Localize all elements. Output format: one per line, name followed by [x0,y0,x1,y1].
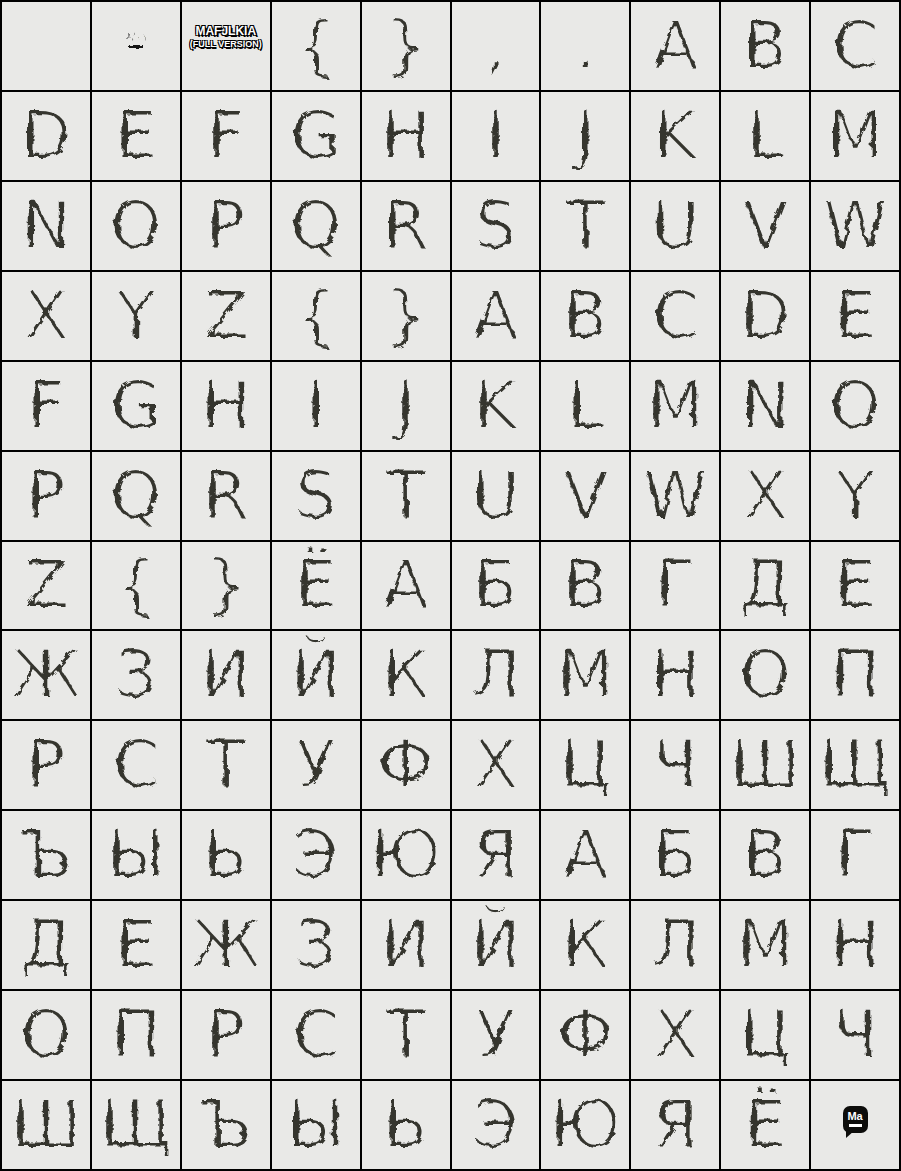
grid-cell-r12c3: Р [182,991,270,1079]
glyph-char: М [557,642,614,708]
grid-cell-r8c10: П [811,631,899,719]
grid-cell-r7c3: } [182,542,270,630]
glyph-char: X [743,463,788,529]
grid-cell-r7c8: Г [631,542,719,630]
glyph-char: Ю [370,822,441,888]
grid-cell-r6c5: T [362,452,450,540]
grid-cell-r4c2: Y [92,272,180,360]
grid-cell-r2c1: D [2,92,90,180]
glyph-char: Е [115,912,157,978]
grid-cell-r1c3: MAFJLKIA(FULL VERSION) [182,2,270,90]
glyph-char: } [385,283,427,349]
grid-cell-r4c3: Z [182,272,270,360]
glyph-char: R [203,463,249,529]
site-logo-bubble: Ma [843,1106,868,1133]
grid-cell-r2c3: F [182,92,270,180]
grid-cell-r8c6: Л [452,631,540,719]
glyph-char: Q [110,463,162,529]
glyph-char: K [474,373,517,439]
grid-cell-r10c7: А [541,811,629,899]
glyph-char: Ъ [18,822,73,888]
grid-cell-r9c4: У [272,721,360,809]
grid-cell-r7c2: { [92,542,180,630]
glyph-char: Ж [190,912,261,978]
glyph-char: Х [653,1002,698,1068]
grid-cell-r9c7: Ц [541,721,629,809]
grid-cell-r12c2: П [92,991,180,1079]
glyph-char: U [651,193,699,259]
glyph-char: A [473,283,518,349]
glyph-char: F [207,103,245,169]
grid-cell-r2c5: H [362,92,450,180]
site-logo-bubble-text: Ma [847,1111,862,1122]
glyph-char: N [21,193,70,259]
grid-cell-r9c8: Ч [631,721,719,809]
glyph-char: Ё [295,552,337,618]
site-logo-text: Ma [125,28,146,43]
glyph-char: З [294,912,336,978]
grid-cell-r12c8: Х [631,991,719,1079]
grid-cell-r1c7: . [541,2,629,90]
grid-cell-r11c7: К [541,901,629,989]
site-logo-mark: Ma [125,28,146,49]
grid-cell-r10c3: Ь [182,811,270,899]
glyph-char: Б [653,822,698,888]
glyph-char: Т [385,1002,425,1068]
grid-cell-r11c8: Л [631,901,719,989]
grid-cell-r6c9: X [721,452,809,540]
grid-cell-r13c3: Ъ [182,1081,270,1169]
grid-cell-r5c1: F [2,362,90,450]
glyph-char: З [115,642,157,708]
glyph-char: } [205,552,247,618]
grid-cell-r10c8: Б [631,811,719,899]
grid-cell-r6c6: U [452,452,540,540]
glyph-char: У [475,1002,515,1068]
glyph-char: G [290,103,341,169]
glyph-char: C [832,13,878,79]
glyph-char: Ъ [198,1092,253,1158]
glyph-char: Ч [832,1002,877,1068]
grid-cell-r13c6: Э [452,1081,540,1169]
grid-cell-r1c5: } [362,2,450,90]
grid-cell-r12c9: Ц [721,991,809,1079]
glyph-char: C [652,283,698,349]
glyph-char: E [115,103,157,169]
grid-cell-r8c2: З [92,631,180,719]
grid-cell-r4c10: E [811,272,899,360]
grid-cell-r1c10: C [811,2,899,90]
glyph-char: О [20,1002,72,1068]
site-logo-subtext-bar [128,44,144,49]
grid-cell-r13c10: Ma [811,1081,899,1169]
font-title-line2: (FULL VERSION) [190,39,262,49]
grid-cell-r2c2: E [92,92,180,180]
glyph-char: Й [471,912,520,978]
grid-cell-r3c6: S [452,182,540,270]
glyph-char: Р [26,732,66,798]
glyph-char: С [293,1002,339,1068]
grid-cell-r3c1: N [2,182,90,270]
glyph-char: С [113,732,159,798]
grid-cell-r11c5: И [362,901,450,989]
glyph-char: Ш [730,732,801,798]
grid-cell-r9c2: С [92,721,180,809]
glyph-char: M [647,373,704,439]
grid-cell-r10c5: Ю [362,811,450,899]
glyph-char: M [827,103,884,169]
grid-cell-r13c2: Щ [92,1081,180,1169]
glyph-char: Д [739,552,791,618]
grid-cell-r11c3: Ж [182,901,270,989]
glyph-char: H [381,103,431,169]
glyph-char: А [383,552,428,618]
grid-cell-r4c9: D [721,272,809,360]
glyph-char: { [295,283,337,349]
glyph-char: Ю [550,1092,621,1158]
glyph-char: И [381,912,430,978]
grid-cell-r5c4: I [272,362,360,450]
grid-cell-r13c4: Ы [272,1081,360,1169]
glyph-char: И [201,642,250,708]
glyph-char: A [653,13,698,79]
grid-cell-r6c2: Q [92,452,180,540]
glyph-char: P [206,193,246,259]
glyph-char: R [383,193,429,259]
glyph-char: Г [835,822,875,888]
grid-cell-r6c4: S [272,452,360,540]
glyph-char: S [474,193,516,259]
glyph-char: , [485,13,506,79]
grid-cell-r7c10: Е [811,542,899,630]
grid-cell-r4c1: X [2,272,90,360]
glyph-char: Y [835,463,875,529]
glyph-char: Ы [287,1092,345,1158]
grid-cell-r12c10: Ч [811,991,899,1079]
glyph-char: Б [473,552,518,618]
glyph-char: W [643,463,708,529]
grid-cell-r11c2: Е [92,901,180,989]
grid-cell-r5c9: N [721,362,809,450]
glyph-char: Ж [10,642,81,708]
glyph-char: О [739,642,791,708]
grid-cell-r2c8: K [631,92,719,180]
grid-cell-r1c8: A [631,2,719,90]
grid-cell-r7c9: Д [721,542,809,630]
grid-cell-r12c7: Ф [541,991,629,1079]
glyph-char: Г [655,552,695,618]
grid-cell-r6c1: P [2,452,90,540]
glyph-char: { [295,13,337,79]
grid-cell-r9c6: Х [452,721,540,809]
glyph-char: П [111,1002,161,1068]
grid-cell-r4c4: { [272,272,360,360]
grid-cell-r7c4: Ё [272,542,360,630]
glyph-char: T [565,193,605,259]
glyph-char: Ь [203,822,248,888]
grid-cell-r10c6: Я [452,811,540,899]
glyph-char: К [382,642,429,708]
glyph-char: Л [650,912,700,978]
grid-cell-r5c3: H [182,362,270,450]
grid-cell-r11c9: М [721,901,809,989]
glyph-char: Х [473,732,518,798]
grid-cell-r3c9: V [721,182,809,270]
grid-cell-r7c7: В [541,542,629,630]
glyph-char: П [830,642,880,708]
glyph-char: I [486,103,505,169]
grid-cell-r3c5: R [362,182,450,270]
grid-cell-r10c4: Э [272,811,360,899]
glyph-char: L [567,373,604,439]
grid-cell-r9c10: Щ [811,721,899,809]
grid-cell-r13c9: Ё [721,1081,809,1169]
glyph-char: Н [650,642,700,708]
glyph-char: W [822,193,887,259]
grid-cell-r5c5: J [362,362,450,450]
glyph-char: Щ [100,1092,172,1158]
glyph-grid: MaMAFJLKIA(FULL VERSION){},.ABCDEFGHIJKL… [0,0,901,1171]
glyph-char: Ё [744,1092,786,1158]
grid-cell-r12c5: Т [362,991,450,1079]
glyph-char: V [743,193,788,259]
grid-cell-r1c1 [2,2,90,90]
grid-cell-r4c7: B [541,272,629,360]
glyph-char: Р [206,1002,246,1068]
glyph-char: T [385,463,425,529]
glyph-char: Z [203,283,248,349]
grid-cell-r13c1: Ш [2,1081,90,1169]
grid-cell-r3c2: O [92,182,180,270]
glyph-char: E [834,283,876,349]
glyph-char: М [737,912,794,978]
grid-cell-r1c6: , [452,2,540,90]
glyph-char: G [110,373,161,439]
glyph-char: U [471,463,519,529]
grid-cell-r3c3: P [182,182,270,270]
glyph-char: L [747,103,784,169]
glyph-char: К [562,912,609,978]
glyph-char: B [743,13,788,79]
glyph-char: Щ [819,732,891,798]
grid-cell-r1c2: Ma [92,2,180,90]
grid-cell-r9c5: Ф [362,721,450,809]
grid-cell-r8c3: И [182,631,270,719]
grid-cell-r1c9: B [721,2,809,90]
grid-cell-r8c4: Й [272,631,360,719]
glyph-char: Ц [560,732,611,798]
grid-cell-r9c3: Т [182,721,270,809]
glyph-char: Н [830,912,880,978]
grid-cell-r5c8: M [631,362,719,450]
grid-cell-r8c7: М [541,631,629,719]
grid-cell-r8c9: О [721,631,809,719]
glyph-char: B [563,283,608,349]
grid-cell-r4c5: } [362,272,450,360]
grid-cell-r3c8: U [631,182,719,270]
glyph-char: J [396,373,415,439]
grid-cell-r4c6: A [452,272,540,360]
grid-cell-r2c7: J [541,92,629,180]
grid-cell-r6c7: V [541,452,629,540]
grid-cell-r6c10: Y [811,452,899,540]
grid-cell-r6c8: W [631,452,719,540]
grid-cell-r5c7: L [541,362,629,450]
glyph-char: Ф [377,732,434,798]
grid-cell-r11c10: Н [811,901,899,989]
grid-cell-r7c1: Z [2,542,90,630]
grid-cell-r8c1: Ж [2,631,90,719]
glyph-char: Ц [740,1002,791,1068]
glyph-char: Д [20,912,72,978]
glyph-char: Т [206,732,246,798]
grid-cell-r3c4: Q [272,182,360,270]
glyph-char: F [27,373,65,439]
glyph-char: X [23,283,68,349]
glyph-char: I [306,373,325,439]
site-logo-bubble-subtext-bar [849,1124,862,1127]
grid-cell-r7c6: Б [452,542,540,630]
grid-cell-r2c6: I [452,92,540,180]
grid-cell-r10c9: В [721,811,809,899]
grid-cell-r2c4: G [272,92,360,180]
glyph-char: Е [834,552,876,618]
grid-cell-r10c1: Ъ [2,811,90,899]
grid-cell-r7c5: А [362,542,450,630]
glyph-char: В [743,822,788,888]
grid-cell-r2c10: M [811,92,899,180]
glyph-char: Э [293,822,339,888]
glyph-char: } [385,13,427,79]
grid-cell-r11c6: Й [452,901,540,989]
glyph-char: D [21,103,72,169]
glyph-char: P [26,463,66,529]
glyph-char: Э [472,1092,518,1158]
grid-cell-r2c9: L [721,92,809,180]
grid-cell-r12c4: С [272,991,360,1079]
glyph-char: Ч [653,732,698,798]
glyph-char: Ф [557,1002,614,1068]
glyph-specimen-sheet: MaMAFJLKIA(FULL VERSION){},.ABCDEFGHIJKL… [0,0,901,1171]
glyph-char: Ь [383,1092,428,1158]
grid-cell-r11c1: Д [2,901,90,989]
glyph-char: Y [116,283,156,349]
glyph-char: V [563,463,608,529]
glyph-char: S [295,463,337,529]
glyph-char: . [575,13,596,79]
grid-cell-r13c7: Ю [541,1081,629,1169]
glyph-char: А [563,822,608,888]
grid-cell-r3c10: W [811,182,899,270]
grid-cell-r6c3: R [182,452,270,540]
glyph-char: D [740,283,791,349]
glyph-char: Ы [107,822,165,888]
glyph-char: K [654,103,697,169]
grid-cell-r5c2: G [92,362,180,450]
grid-cell-r12c1: О [2,991,90,1079]
grid-cell-r13c8: Я [631,1081,719,1169]
glyph-char: O [829,373,881,439]
glyph-char: { [115,552,157,618]
grid-cell-r10c2: Ы [92,811,180,899]
grid-cell-r8c5: К [362,631,450,719]
grid-cell-r11c4: З [272,901,360,989]
grid-cell-r1c4: { [272,2,360,90]
grid-cell-r8c8: Н [631,631,719,719]
glyph-char: Я [473,822,519,888]
grid-cell-r10c10: Г [811,811,899,899]
glyph-char: В [563,552,608,618]
glyph-char: У [296,732,336,798]
glyph-char: O [110,193,162,259]
grid-cell-r5c10: O [811,362,899,450]
glyph-char: Я [652,1092,698,1158]
glyph-char: Л [471,642,521,708]
font-title: MAFJLKIA(FULL VERSION) [190,24,262,49]
grid-cell-r9c1: Р [2,721,90,809]
glyph-char: Ш [11,1092,82,1158]
grid-cell-r5c6: K [452,362,540,450]
grid-cell-r13c5: Ь [362,1081,450,1169]
glyph-char: H [201,373,251,439]
glyph-char: Z [23,552,68,618]
glyph-char: J [576,103,595,169]
grid-cell-r4c8: C [631,272,719,360]
glyph-char: Й [291,642,340,708]
glyph-char: N [740,373,789,439]
glyph-char: Q [290,193,342,259]
font-title-line1: MAFJLKIA [195,24,256,38]
grid-cell-r9c9: Ш [721,721,809,809]
grid-cell-r12c6: У [452,991,540,1079]
grid-cell-r3c7: T [541,182,629,270]
